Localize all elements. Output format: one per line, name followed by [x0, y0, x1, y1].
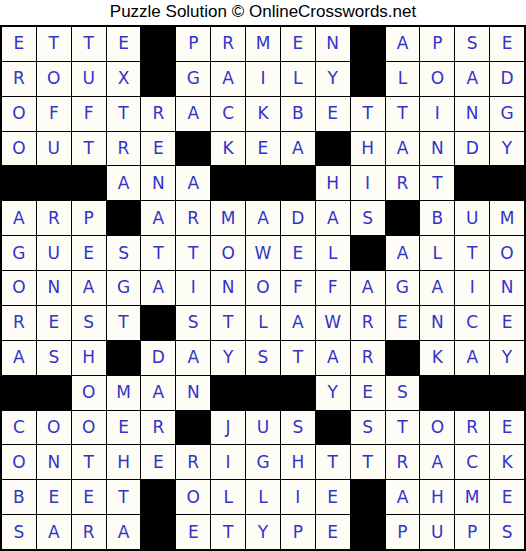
cell-r6c10: A	[316, 201, 350, 235]
cell-letter: A	[397, 489, 409, 506]
cell-r8c9: F	[281, 271, 315, 305]
cell-letter: A	[397, 245, 409, 262]
cell-letter: S	[118, 245, 129, 262]
cell-r15c10: E	[316, 515, 350, 549]
cell-r10c7: Y	[211, 341, 245, 375]
cell-r3c6: A	[176, 97, 210, 131]
cell-r1c6: P	[176, 27, 210, 61]
cell-r7c5: T	[141, 236, 175, 270]
cell-letter: A	[466, 349, 478, 366]
black-cell-r2c11	[351, 62, 385, 96]
cell-letter: S	[188, 314, 199, 331]
cell-letter: R	[48, 210, 60, 227]
cell-r15c8: Y	[246, 515, 280, 549]
cell-r12c15: E	[490, 411, 524, 445]
cell-letter: H	[326, 175, 339, 192]
cell-letter: S	[502, 524, 513, 541]
cell-letter: Y	[258, 524, 268, 541]
cell-r5c11: I	[351, 166, 385, 200]
cell-letter: U	[48, 140, 60, 157]
cell-r9c4: T	[107, 306, 141, 340]
cell-r14c15: E	[490, 480, 524, 514]
black-cell-r5c14	[455, 166, 489, 200]
cell-letter: O	[187, 489, 200, 506]
cell-r6c3: P	[72, 201, 106, 235]
cell-r6c11: S	[351, 201, 385, 235]
cell-r9c1: R	[2, 306, 36, 340]
cell-letter: B	[292, 105, 304, 122]
cell-letter: J	[226, 419, 231, 436]
black-cell-r11c7	[211, 376, 245, 410]
cell-r8c13: A	[420, 271, 454, 305]
cell-r12c9: S	[281, 411, 315, 445]
cell-letter: E	[48, 314, 59, 331]
cell-letter: M	[116, 384, 131, 401]
cell-r10c10: A	[316, 341, 350, 375]
cell-letter: T	[397, 419, 407, 436]
cell-letter: T	[118, 105, 128, 122]
cell-letter: S	[83, 314, 94, 331]
black-cell-r11c2	[37, 376, 71, 410]
cell-r11c10: Y	[316, 376, 350, 410]
cell-letter: S	[362, 419, 373, 436]
cell-letter: O	[431, 70, 444, 87]
cell-r12c11: S	[351, 411, 385, 445]
cell-r13c11: T	[351, 445, 385, 479]
cell-letter: O	[82, 384, 95, 401]
cell-r8c10: F	[316, 271, 350, 305]
cell-letter: E	[153, 140, 164, 157]
cell-r14c6: O	[176, 480, 210, 514]
cell-r8c2: N	[37, 271, 71, 305]
cell-r2c15: D	[490, 62, 524, 96]
cell-letter: E	[502, 314, 513, 331]
cell-letter: E	[153, 454, 164, 471]
cell-letter: A	[153, 210, 165, 227]
cell-letter: T	[397, 105, 407, 122]
cell-letter: A	[187, 175, 199, 192]
cell-letter: R	[118, 140, 130, 157]
cell-r2c7: A	[211, 62, 245, 96]
cell-r9c8: L	[246, 306, 280, 340]
cell-letter: N	[501, 279, 514, 296]
black-cell-r15c5	[141, 515, 175, 549]
cell-letter: A	[362, 279, 374, 296]
cell-letter: N	[431, 314, 444, 331]
cell-r15c3: R	[72, 515, 106, 549]
cell-letter: A	[153, 279, 165, 296]
cell-letter: E	[48, 489, 59, 506]
cell-letter: P	[188, 35, 198, 52]
cell-letter: T	[223, 524, 233, 541]
black-cell-r14c5	[141, 480, 175, 514]
black-cell-r11c15	[490, 376, 524, 410]
cell-r10c11: R	[351, 341, 385, 375]
cell-r13c4: H	[107, 445, 141, 479]
cell-r5c4: A	[107, 166, 141, 200]
cell-letter: Y	[223, 349, 233, 366]
cell-letter: R	[222, 35, 234, 52]
cell-letter: E	[502, 419, 513, 436]
cell-letter: D	[291, 210, 304, 227]
cell-letter: K	[501, 454, 512, 471]
cell-letter: T	[118, 314, 128, 331]
cell-letter: L	[433, 245, 442, 262]
cell-letter: Y	[328, 70, 338, 87]
cell-letter: R	[397, 454, 409, 471]
cell-letter: S	[397, 384, 408, 401]
cell-letter: R	[13, 314, 25, 331]
cell-letter: A	[118, 175, 130, 192]
cell-letter: H	[82, 349, 95, 366]
cell-letter: R	[187, 454, 199, 471]
cell-letter: Y	[502, 140, 512, 157]
puzzle-page: Puzzle Solution © OnlineCrosswords.net E…	[0, 0, 526, 551]
cell-r8c3: A	[72, 271, 106, 305]
cell-r9c10: W	[316, 306, 350, 340]
cell-r3c2: F	[37, 97, 71, 131]
cell-r3c13: I	[420, 97, 454, 131]
cell-r13c8: G	[246, 445, 280, 479]
cell-r10c2: S	[37, 341, 71, 375]
black-cell-r11c9	[281, 376, 315, 410]
cell-r2c3: U	[72, 62, 106, 96]
cell-letter: O	[82, 419, 95, 436]
cell-r9c11: R	[351, 306, 385, 340]
cell-r15c12: P	[386, 515, 420, 549]
cell-r9c7: T	[211, 306, 245, 340]
black-cell-r11c14	[455, 376, 489, 410]
cell-letter: B	[13, 489, 25, 506]
cell-r7c7: O	[211, 236, 245, 270]
cell-r9c2: E	[37, 306, 71, 340]
cell-r10c6: A	[176, 341, 210, 375]
cell-r11c11: E	[351, 376, 385, 410]
cell-r8c5: A	[141, 271, 175, 305]
cell-letter: T	[293, 349, 303, 366]
black-cell-r15c11	[351, 515, 385, 549]
cell-letter: A	[48, 524, 60, 541]
cell-letter: C	[13, 419, 25, 436]
cell-letter: G	[117, 279, 130, 296]
cell-letter: A	[153, 384, 165, 401]
cell-letter: K	[257, 105, 268, 122]
cell-letter: O	[256, 279, 269, 296]
cell-r3c5: R	[141, 97, 175, 131]
cell-r8c4: G	[107, 271, 141, 305]
black-cell-r5c2	[37, 166, 71, 200]
cell-letter: E	[327, 524, 338, 541]
cell-r3c15: G	[490, 97, 524, 131]
page-title: Puzzle Solution © OnlineCrosswords.net	[0, 0, 526, 25]
cell-letter: R	[187, 210, 199, 227]
cell-r8c7: N	[211, 271, 245, 305]
cell-r9c13: N	[420, 306, 454, 340]
black-cell-r12c10	[316, 411, 350, 445]
cell-r8c6: I	[176, 271, 210, 305]
cell-letter: T	[83, 35, 93, 52]
cell-r2c12: L	[386, 62, 420, 96]
cell-letter: S	[362, 210, 373, 227]
cell-letter: A	[13, 349, 25, 366]
cell-letter: E	[83, 245, 94, 262]
black-cell-r11c1	[2, 376, 36, 410]
cell-r15c4: A	[107, 515, 141, 549]
black-cell-r5c15	[490, 166, 524, 200]
cell-r1c7: R	[211, 27, 245, 61]
cell-letter: T	[328, 454, 338, 471]
cell-letter: A	[432, 454, 444, 471]
cell-r14c10: E	[316, 480, 350, 514]
cell-letter: N	[187, 384, 200, 401]
cell-letter: O	[47, 419, 60, 436]
cell-letter: L	[293, 70, 302, 87]
cell-r3c8: K	[246, 97, 280, 131]
cell-letter: M	[465, 489, 480, 506]
cell-letter: O	[221, 245, 234, 262]
cell-letter: E	[118, 419, 129, 436]
cell-r11c6: N	[176, 376, 210, 410]
cell-r3c14: N	[455, 97, 489, 131]
cell-r11c12: S	[386, 376, 420, 410]
cell-letter: F	[49, 105, 59, 122]
black-cell-r5c7	[211, 166, 245, 200]
cell-r1c1: E	[2, 27, 36, 61]
cell-r2c6: G	[176, 62, 210, 96]
cell-r10c13: K	[420, 341, 454, 375]
cell-r5c13: T	[420, 166, 454, 200]
cell-r13c9: H	[281, 445, 315, 479]
black-cell-r5c3	[72, 166, 106, 200]
cell-letter: S	[258, 349, 269, 366]
cell-r4c13: N	[420, 132, 454, 166]
cell-letter: A	[397, 35, 409, 52]
cell-r14c12: A	[386, 480, 420, 514]
cell-r1c3: T	[72, 27, 106, 61]
cell-r10c8: S	[246, 341, 280, 375]
cell-r2c1: R	[2, 62, 36, 96]
cell-r12c14: R	[455, 411, 489, 445]
cell-letter: N	[47, 279, 60, 296]
cell-letter: W	[324, 314, 341, 331]
cell-letter: S	[48, 349, 59, 366]
cell-letter: I	[470, 279, 475, 296]
cell-letter: A	[83, 279, 95, 296]
cell-letter: R	[362, 349, 374, 366]
cell-r9c6: S	[176, 306, 210, 340]
cell-r13c15: K	[490, 445, 524, 479]
cell-letter: C	[222, 105, 234, 122]
cell-r2c10: Y	[316, 62, 350, 96]
cell-letter: T	[83, 140, 93, 157]
cell-letter: U	[431, 524, 443, 541]
cell-r4c12: A	[386, 132, 420, 166]
black-cell-r10c4	[107, 341, 141, 375]
cell-letter: E	[292, 35, 303, 52]
cell-r5c12: R	[386, 166, 420, 200]
black-cell-r4c6	[176, 132, 210, 166]
black-cell-r12c6	[176, 411, 210, 445]
cell-letter: E	[292, 245, 303, 262]
cell-letter: H	[291, 454, 304, 471]
cell-r14c13: H	[420, 480, 454, 514]
cell-r13c6: R	[176, 445, 210, 479]
cell-r10c5: D	[141, 341, 175, 375]
cell-letter: P	[397, 524, 407, 541]
cell-letter: P	[467, 524, 477, 541]
cell-r7c10: L	[316, 236, 350, 270]
cell-letter: E	[397, 314, 408, 331]
cell-r12c13: O	[420, 411, 454, 445]
cell-r12c2: O	[37, 411, 71, 445]
cell-letter: E	[83, 489, 94, 506]
cell-letter: O	[12, 279, 25, 296]
cell-r13c12: R	[386, 445, 420, 479]
cell-r1c15: E	[490, 27, 524, 61]
cell-letter: T	[83, 454, 93, 471]
cell-r5c6: A	[176, 166, 210, 200]
cell-r12c1: C	[2, 411, 36, 445]
cell-letter: E	[118, 35, 129, 52]
cell-r10c9: T	[281, 341, 315, 375]
cell-letter: N	[466, 105, 479, 122]
black-cell-r9c5	[141, 306, 175, 340]
cell-letter: P	[84, 210, 94, 227]
cell-r14c14: M	[455, 480, 489, 514]
cell-letter: F	[328, 279, 338, 296]
cell-letter: E	[14, 35, 25, 52]
cell-letter: E	[258, 140, 269, 157]
cell-letter: L	[398, 70, 407, 87]
cell-letter: D	[152, 349, 165, 366]
cell-r9c3: S	[72, 306, 106, 340]
cell-r12c4: E	[107, 411, 141, 445]
cell-r4c15: Y	[490, 132, 524, 166]
cell-r7c8: W	[246, 236, 280, 270]
cell-r15c13: U	[420, 515, 454, 549]
cell-r4c5: E	[141, 132, 175, 166]
cell-r3c11: T	[351, 97, 385, 131]
cell-letter: O	[12, 454, 25, 471]
cell-letter: A	[187, 105, 199, 122]
cell-letter: O	[431, 419, 444, 436]
cell-r11c5: A	[141, 376, 175, 410]
cell-letter: M	[500, 210, 515, 227]
cell-r7c13: L	[420, 236, 454, 270]
cell-r14c3: E	[72, 480, 106, 514]
cell-letter: B	[431, 210, 443, 227]
cell-r3c1: O	[2, 97, 36, 131]
black-cell-r5c8	[246, 166, 280, 200]
cell-letter: A	[327, 349, 339, 366]
cell-letter: G	[187, 70, 200, 87]
cell-letter: X	[118, 70, 130, 87]
cell-r8c8: O	[246, 271, 280, 305]
cell-r4c2: U	[37, 132, 71, 166]
cell-r10c1: A	[2, 341, 36, 375]
cell-letter: O	[12, 105, 25, 122]
cell-letter: R	[362, 314, 374, 331]
cell-letter: T	[362, 105, 372, 122]
cell-r3c9: B	[281, 97, 315, 131]
cell-letter: T	[223, 314, 233, 331]
cell-r6c7: M	[211, 201, 245, 235]
black-cell-r1c5	[141, 27, 175, 61]
cell-r9c12: E	[386, 306, 420, 340]
cell-r3c10: E	[316, 97, 350, 131]
cell-r13c1: O	[2, 445, 36, 479]
cell-letter: A	[397, 140, 409, 157]
cell-r1c9: E	[281, 27, 315, 61]
cell-r15c6: E	[176, 515, 210, 549]
cell-letter: W	[255, 245, 272, 262]
cell-r13c2: N	[37, 445, 71, 479]
cell-r7c9: E	[281, 236, 315, 270]
cell-r4c14: D	[455, 132, 489, 166]
black-cell-r14c11	[351, 480, 385, 514]
cell-letter: S	[292, 419, 303, 436]
cell-r14c9: I	[281, 480, 315, 514]
cell-letter: E	[188, 524, 199, 541]
cell-r2c4: X	[107, 62, 141, 96]
cell-letter: N	[222, 279, 235, 296]
cell-letter: S	[14, 524, 25, 541]
cell-r3c4: T	[107, 97, 141, 131]
cell-letter: I	[260, 70, 265, 87]
cell-letter: P	[432, 35, 442, 52]
cell-r4c11: H	[351, 132, 385, 166]
cell-r7c1: G	[2, 236, 36, 270]
cell-letter: K	[223, 140, 234, 157]
cell-letter: C	[466, 314, 478, 331]
cell-r8c14: I	[455, 271, 489, 305]
cell-r7c3: E	[72, 236, 106, 270]
cell-r14c7: L	[211, 480, 245, 514]
cell-r6c1: A	[2, 201, 36, 235]
cell-letter: E	[327, 489, 338, 506]
cell-letter: G	[500, 105, 513, 122]
cell-letter: T	[118, 489, 128, 506]
cell-r12c7: J	[211, 411, 245, 445]
cell-r13c3: T	[72, 445, 106, 479]
cell-r10c14: A	[455, 341, 489, 375]
cell-letter: L	[223, 489, 232, 506]
cell-r1c14: S	[455, 27, 489, 61]
cell-letter: Y	[502, 349, 512, 366]
cell-letter: R	[152, 419, 164, 436]
cell-r6c5: A	[141, 201, 175, 235]
cell-letter: O	[12, 140, 25, 157]
cell-r1c8: M	[246, 27, 280, 61]
cell-r13c5: E	[141, 445, 175, 479]
cell-letter: A	[292, 140, 304, 157]
cell-r14c2: E	[37, 480, 71, 514]
crossword-grid: ETTEPRMENAPSEROUXGAILYLOADOFFTRACKBETTIN…	[0, 25, 526, 551]
cell-r2c9: L	[281, 62, 315, 96]
cell-letter: E	[327, 105, 338, 122]
cell-letter: R	[397, 175, 409, 192]
cell-r7c2: U	[37, 236, 71, 270]
cell-r15c7: T	[211, 515, 245, 549]
cell-letter: D	[501, 70, 514, 87]
cell-r15c15: S	[490, 515, 524, 549]
cell-letter: A	[13, 210, 25, 227]
cell-letter: F	[293, 279, 303, 296]
cell-letter: L	[258, 489, 267, 506]
cell-r10c3: H	[72, 341, 106, 375]
black-cell-r6c12	[386, 201, 420, 235]
cell-letter: T	[153, 245, 163, 262]
